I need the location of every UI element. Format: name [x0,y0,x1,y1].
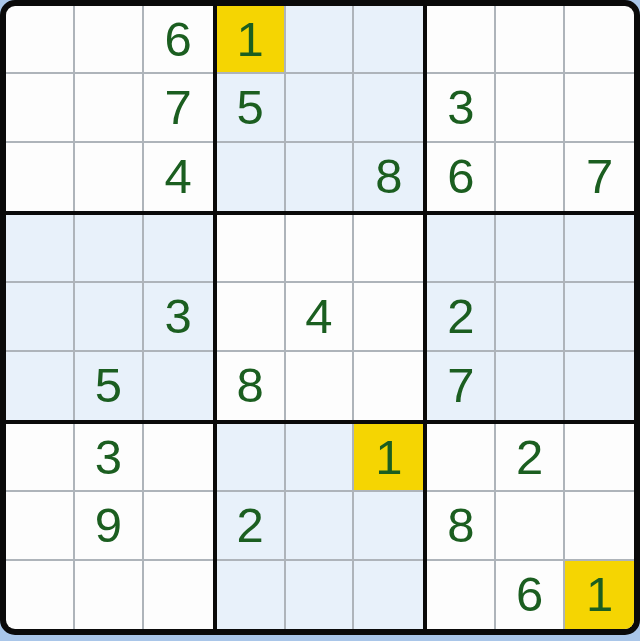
cell-r9c4[interactable] [217,561,286,629]
cell-r9c9[interactable]: 1 [565,561,634,629]
cell-r5c1[interactable] [6,283,75,351]
cell-r5c2[interactable] [75,283,144,351]
cell-r8c3[interactable] [144,492,213,560]
cell-r4c7[interactable] [427,215,496,283]
cell-r6c7[interactable]: 7 [427,352,496,420]
cell-r6c2[interactable]: 5 [75,352,144,420]
cell-r1c9[interactable] [565,6,634,74]
cell-r8c2[interactable]: 9 [75,492,144,560]
cell-r6c8[interactable] [496,352,565,420]
cell-r2c5[interactable] [286,74,355,142]
box-r3c1: 39 [6,424,213,629]
box-r2c2: 48 [217,215,424,420]
cell-r1c5[interactable] [286,6,355,74]
cell-r2c1[interactable] [6,74,75,142]
cell-r7c5[interactable] [286,424,355,492]
cell-r2c3[interactable]: 7 [144,74,213,142]
cell-r1c8[interactable] [496,6,565,74]
cell-r4c3[interactable] [144,215,213,283]
cell-r2c2[interactable] [75,74,144,142]
box-r3c2: 12 [217,424,424,629]
cell-r8c8[interactable] [496,492,565,560]
cell-r4c2[interactable] [75,215,144,283]
box-r3c3: 2861 [427,424,634,629]
cell-r1c1[interactable] [6,6,75,74]
cell-r9c1[interactable] [6,561,75,629]
cell-r6c4[interactable]: 8 [217,352,286,420]
cell-r7c4[interactable] [217,424,286,492]
cell-r2c4[interactable]: 5 [217,74,286,142]
cell-r1c3[interactable]: 6 [144,6,213,74]
cell-r9c7[interactable] [427,561,496,629]
cell-r5c8[interactable] [496,283,565,351]
cell-r4c1[interactable] [6,215,75,283]
cell-r3c1[interactable] [6,143,75,211]
cell-r6c3[interactable] [144,352,213,420]
cell-r1c4[interactable]: 1 [217,6,286,74]
cell-r6c1[interactable] [6,352,75,420]
cell-r3c6[interactable]: 8 [354,143,423,211]
box-r2c3: 27 [427,215,634,420]
cell-r5c9[interactable] [565,283,634,351]
cell-r4c8[interactable] [496,215,565,283]
cell-r3c7[interactable]: 6 [427,143,496,211]
box-r1c2: 158 [217,6,424,211]
cell-r6c9[interactable] [565,352,634,420]
cell-r2c9[interactable] [565,74,634,142]
cell-r4c5[interactable] [286,215,355,283]
box-r1c3: 367 [427,6,634,211]
cell-r7c2[interactable]: 3 [75,424,144,492]
cell-r1c2[interactable] [75,6,144,74]
cell-r8c7[interactable]: 8 [427,492,496,560]
box-r2c1: 35 [6,215,213,420]
cell-r7c3[interactable] [144,424,213,492]
cell-r5c4[interactable] [217,283,286,351]
cell-r2c8[interactable] [496,74,565,142]
cell-r3c3[interactable]: 4 [144,143,213,211]
cell-r7c1[interactable] [6,424,75,492]
cell-r7c9[interactable] [565,424,634,492]
cell-r4c9[interactable] [565,215,634,283]
sudoku-board: 67415836735482739122861 [0,0,640,635]
cell-r6c6[interactable] [354,352,423,420]
cell-r8c4[interactable]: 2 [217,492,286,560]
cell-r5c5[interactable]: 4 [286,283,355,351]
cell-r3c9[interactable]: 7 [565,143,634,211]
cell-r3c2[interactable] [75,143,144,211]
cell-r8c1[interactable] [6,492,75,560]
cell-r5c3[interactable]: 3 [144,283,213,351]
cell-r8c6[interactable] [354,492,423,560]
cell-r6c5[interactable] [286,352,355,420]
cell-r9c3[interactable] [144,561,213,629]
cell-r5c7[interactable]: 2 [427,283,496,351]
cell-r7c6[interactable]: 1 [354,424,423,492]
cell-r9c6[interactable] [354,561,423,629]
cell-r8c9[interactable] [565,492,634,560]
cell-r3c4[interactable] [217,143,286,211]
cell-r7c8[interactable]: 2 [496,424,565,492]
cell-r3c5[interactable] [286,143,355,211]
cell-r9c2[interactable] [75,561,144,629]
cell-r1c7[interactable] [427,6,496,74]
cell-r1c6[interactable] [354,6,423,74]
cell-r4c4[interactable] [217,215,286,283]
box-r1c1: 674 [6,6,213,211]
cell-r8c5[interactable] [286,492,355,560]
cell-r9c5[interactable] [286,561,355,629]
cell-r9c8[interactable]: 6 [496,561,565,629]
cell-r2c7[interactable]: 3 [427,74,496,142]
cell-r7c7[interactable] [427,424,496,492]
cell-r5c6[interactable] [354,283,423,351]
cell-r2c6[interactable] [354,74,423,142]
cell-r4c6[interactable] [354,215,423,283]
cell-r3c8[interactable] [496,143,565,211]
